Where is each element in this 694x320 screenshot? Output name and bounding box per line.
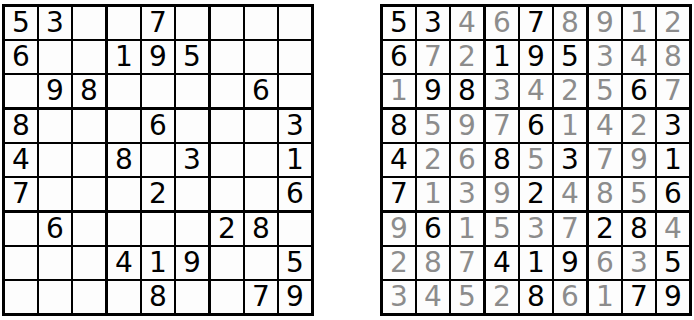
puzzle-cell-r4c4 — [108, 110, 140, 142]
solution-cell-r3c3: 8 — [451, 75, 483, 107]
puzzle-cell-r7c4 — [108, 213, 140, 245]
solution-cell-r5c2: 2 — [417, 144, 449, 176]
puzzle-cell-r8c5: 1 — [142, 247, 174, 279]
puzzle-cell-r9c2 — [39, 281, 71, 313]
solution-cell-r9c6: 6 — [554, 281, 586, 313]
puzzle-cell-r6c4 — [108, 178, 140, 210]
puzzle-cell-r9c9: 9 — [279, 281, 311, 313]
solution-cell-r3c8: 6 — [623, 75, 655, 107]
solution-cell-r1c3: 4 — [451, 7, 483, 39]
puzzle-cell-r5c1: 4 — [5, 144, 37, 176]
solution-cell-r3c6: 2 — [554, 75, 586, 107]
solution-cell-r4c3: 9 — [451, 110, 483, 142]
solution-cell-r2c8: 4 — [623, 41, 655, 73]
puzzle-cell-r2c1: 6 — [5, 41, 37, 73]
solution-cell-r2c2: 7 — [417, 41, 449, 73]
solution-cell-r1c7: 9 — [589, 7, 621, 39]
puzzle-cell-r5c4: 8 — [108, 144, 140, 176]
solution-cell-r3c5: 4 — [520, 75, 552, 107]
puzzle-cell-r4c3 — [73, 110, 105, 142]
solution-cell-r1c5: 7 — [520, 7, 552, 39]
solution-cell-r2c4: 1 — [486, 41, 518, 73]
puzzle-board: 536987195684768323166419828579 — [2, 4, 314, 316]
puzzle-cell-r4c9: 3 — [279, 110, 311, 142]
solution-cell-r9c5: 8 — [520, 281, 552, 313]
puzzle-cell-r7c5 — [142, 213, 174, 245]
puzzle-box-3: 6 — [211, 7, 311, 107]
solution-cell-r4c7: 4 — [589, 110, 621, 142]
puzzle-cell-r3c3: 8 — [73, 75, 105, 107]
solution-box-5: 761853924 — [486, 110, 586, 210]
puzzle-cell-r8c2 — [39, 247, 71, 279]
solution-cell-r9c9: 9 — [657, 281, 689, 313]
puzzle-cell-r2c4: 1 — [108, 41, 140, 73]
solution-cell-r6c7: 8 — [589, 178, 621, 210]
solution-cell-r6c4: 9 — [486, 178, 518, 210]
solution-cell-r9c1: 3 — [383, 281, 415, 313]
solution-cell-r6c9: 6 — [657, 178, 689, 210]
puzzle-cell-r5c3 — [73, 144, 105, 176]
solution-cell-r5c5: 5 — [520, 144, 552, 176]
solution-cell-r3c4: 3 — [486, 75, 518, 107]
solution-cell-r2c9: 8 — [657, 41, 689, 73]
solution-cell-r8c2: 8 — [417, 247, 449, 279]
puzzle-cell-r7c7: 2 — [211, 213, 243, 245]
solution-box-9: 284635179 — [589, 213, 689, 313]
solution-cell-r5c9: 1 — [657, 144, 689, 176]
puzzle-box-4: 847 — [5, 110, 105, 210]
puzzle-box-5: 6832 — [108, 110, 208, 210]
solution-cell-r9c4: 2 — [486, 281, 518, 313]
solution-cell-r4c8: 2 — [623, 110, 655, 142]
puzzle-cell-r1c3 — [73, 7, 105, 39]
puzzle-cell-r4c1: 8 — [5, 110, 37, 142]
puzzle-cell-r7c2: 6 — [39, 213, 71, 245]
puzzle-cell-r3c4 — [108, 75, 140, 107]
puzzle-box-7: 6 — [5, 213, 105, 313]
solution-cell-r1c2: 3 — [417, 7, 449, 39]
puzzle-cell-r8c9: 5 — [279, 247, 311, 279]
solution-board: 5346721986781953429123485678594267137618… — [380, 4, 692, 316]
puzzle-cell-r8c8 — [245, 247, 277, 279]
solution-box-4: 859426713 — [383, 110, 483, 210]
solution-cell-r7c1: 9 — [383, 213, 415, 245]
solution-cell-r8c6: 9 — [554, 247, 586, 279]
solution-cell-r6c6: 4 — [554, 178, 586, 210]
puzzle-cell-r6c2 — [39, 178, 71, 210]
solution-cell-r1c1: 5 — [383, 7, 415, 39]
puzzle-cell-r5c2 — [39, 144, 71, 176]
puzzle-box-2: 7195 — [108, 7, 208, 107]
solution-cell-r5c3: 6 — [451, 144, 483, 176]
puzzle-cell-r3c1 — [5, 75, 37, 107]
solution-cell-r8c8: 3 — [623, 247, 655, 279]
puzzle-cell-r6c3 — [73, 178, 105, 210]
solution-cell-r5c1: 4 — [383, 144, 415, 176]
solution-box-1: 534672198 — [383, 7, 483, 107]
solution-cell-r5c4: 8 — [486, 144, 518, 176]
solution-cell-r4c4: 7 — [486, 110, 518, 142]
puzzle-cell-r7c1 — [5, 213, 37, 245]
solution-cell-r3c1: 1 — [383, 75, 415, 107]
solution-cell-r9c8: 7 — [623, 281, 655, 313]
solution-cell-r8c5: 1 — [520, 247, 552, 279]
solution-box-3: 912348567 — [589, 7, 689, 107]
puzzle-cell-r1c4 — [108, 7, 140, 39]
puzzle-cell-r2c6: 5 — [176, 41, 208, 73]
puzzle-cell-r4c8 — [245, 110, 277, 142]
puzzle-cell-r3c9 — [279, 75, 311, 107]
solution-cell-r8c1: 2 — [383, 247, 415, 279]
solution-cell-r5c8: 9 — [623, 144, 655, 176]
puzzle-cell-r6c7 — [211, 178, 243, 210]
puzzle-cell-r9c6 — [176, 281, 208, 313]
solution-cell-r2c3: 2 — [451, 41, 483, 73]
solution-cell-r7c5: 3 — [520, 213, 552, 245]
puzzle-cell-r3c7 — [211, 75, 243, 107]
solution-cell-r7c3: 1 — [451, 213, 483, 245]
solution-cell-r7c2: 6 — [417, 213, 449, 245]
solution-cell-r1c8: 1 — [623, 7, 655, 39]
solution-cell-r2c5: 9 — [520, 41, 552, 73]
puzzle-cell-r3c8: 6 — [245, 75, 277, 107]
puzzle-cell-r8c3 — [73, 247, 105, 279]
puzzle-cell-r7c8: 8 — [245, 213, 277, 245]
puzzle-cell-r2c3 — [73, 41, 105, 73]
solution-box-7: 961287345 — [383, 213, 483, 313]
solution-cell-r3c7: 5 — [589, 75, 621, 107]
solution-cell-r7c6: 7 — [554, 213, 586, 245]
solution-cell-r3c9: 7 — [657, 75, 689, 107]
solution-cell-r6c5: 2 — [520, 178, 552, 210]
puzzle-cell-r2c2 — [39, 41, 71, 73]
solution-cell-r1c4: 6 — [486, 7, 518, 39]
solution-cell-r8c7: 6 — [589, 247, 621, 279]
puzzle-cell-r9c4 — [108, 281, 140, 313]
puzzle-cell-r5c7 — [211, 144, 243, 176]
puzzle-cell-r2c7 — [211, 41, 243, 73]
puzzle-cell-r4c6 — [176, 110, 208, 142]
puzzle-cell-r5c6: 3 — [176, 144, 208, 176]
solution-cell-r6c1: 7 — [383, 178, 415, 210]
solution-cell-r7c7: 2 — [589, 213, 621, 245]
solution-box-6: 423791856 — [589, 110, 689, 210]
solution-cell-r2c6: 5 — [554, 41, 586, 73]
solution-cell-r8c4: 4 — [486, 247, 518, 279]
puzzle-cell-r1c8 — [245, 7, 277, 39]
puzzle-cell-r9c3 — [73, 281, 105, 313]
puzzle-cell-r4c7 — [211, 110, 243, 142]
solution-cell-r4c1: 8 — [383, 110, 415, 142]
puzzle-cell-r8c4: 4 — [108, 247, 140, 279]
puzzle-cell-r7c6 — [176, 213, 208, 245]
puzzle-cell-r3c6 — [176, 75, 208, 107]
solution-cell-r4c9: 3 — [657, 110, 689, 142]
solution-cell-r8c9: 5 — [657, 247, 689, 279]
solution-cell-r7c9: 4 — [657, 213, 689, 245]
puzzle-cell-r1c6 — [176, 7, 208, 39]
solution-cell-r2c1: 6 — [383, 41, 415, 73]
solution-cell-r4c6: 1 — [554, 110, 586, 142]
solution-cell-r6c8: 5 — [623, 178, 655, 210]
solution-cell-r3c2: 9 — [417, 75, 449, 107]
puzzle-cell-r6c9: 6 — [279, 178, 311, 210]
puzzle-cell-r3c5 — [142, 75, 174, 107]
solution-cell-r7c4: 5 — [486, 213, 518, 245]
puzzle-cell-r4c5: 6 — [142, 110, 174, 142]
puzzle-cell-r2c8 — [245, 41, 277, 73]
solution-cell-r5c6: 3 — [554, 144, 586, 176]
solution-box-2: 678195342 — [486, 7, 586, 107]
solution-box-8: 537419286 — [486, 213, 586, 313]
puzzle-cell-r2c9 — [279, 41, 311, 73]
puzzle-box-6: 316 — [211, 110, 311, 210]
puzzle-cell-r6c5: 2 — [142, 178, 174, 210]
puzzle-cell-r6c6 — [176, 178, 208, 210]
puzzle-cell-r5c8 — [245, 144, 277, 176]
solution-cell-r2c7: 3 — [589, 41, 621, 73]
puzzle-cell-r8c7 — [211, 247, 243, 279]
solution-cell-r1c9: 2 — [657, 7, 689, 39]
puzzle-cell-r1c5: 7 — [142, 7, 174, 39]
solution-cell-r9c2: 4 — [417, 281, 449, 313]
puzzle-box-9: 28579 — [211, 213, 311, 313]
puzzle-cell-r7c9 — [279, 213, 311, 245]
puzzle-cell-r5c9: 1 — [279, 144, 311, 176]
puzzle-cell-r1c7 — [211, 7, 243, 39]
puzzle-cell-r1c1: 5 — [5, 7, 37, 39]
puzzle-cell-r4c2 — [39, 110, 71, 142]
puzzle-cell-r9c5: 8 — [142, 281, 174, 313]
solution-cell-r7c8: 8 — [623, 213, 655, 245]
solution-cell-r9c3: 5 — [451, 281, 483, 313]
puzzle-cell-r6c1: 7 — [5, 178, 37, 210]
puzzle-cell-r1c2: 3 — [39, 7, 71, 39]
puzzle-box-1: 53698 — [5, 7, 105, 107]
solution-cell-r8c3: 7 — [451, 247, 483, 279]
solution-cell-r9c7: 1 — [589, 281, 621, 313]
solution-cell-r6c2: 1 — [417, 178, 449, 210]
puzzle-cell-r9c7 — [211, 281, 243, 313]
puzzle-cell-r7c3 — [73, 213, 105, 245]
puzzle-cell-r3c2: 9 — [39, 75, 71, 107]
puzzle-cell-r9c1 — [5, 281, 37, 313]
solution-cell-r1c6: 8 — [554, 7, 586, 39]
solution-cell-r4c2: 5 — [417, 110, 449, 142]
puzzle-cell-r5c5 — [142, 144, 174, 176]
puzzle-cell-r6c8 — [245, 178, 277, 210]
solution-cell-r6c3: 3 — [451, 178, 483, 210]
puzzle-cell-r1c9 — [279, 7, 311, 39]
puzzle-cell-r9c8: 7 — [245, 281, 277, 313]
puzzle-cell-r8c6: 9 — [176, 247, 208, 279]
solution-cell-r4c5: 6 — [520, 110, 552, 142]
puzzle-cell-r8c1 — [5, 247, 37, 279]
solution-cell-r5c7: 7 — [589, 144, 621, 176]
puzzle-box-8: 4198 — [108, 213, 208, 313]
puzzle-cell-r2c5: 9 — [142, 41, 174, 73]
